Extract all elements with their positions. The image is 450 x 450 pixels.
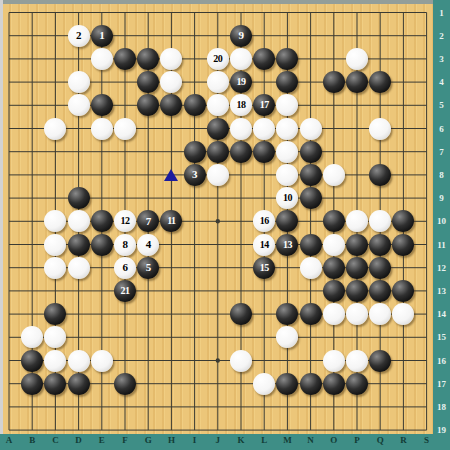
stone-black-B16 <box>21 350 43 372</box>
stone-black-K4: 19 <box>230 71 252 93</box>
column-label-O: O <box>327 435 341 449</box>
move-number-label: 7 <box>146 216 151 227</box>
row-label-14: 14 <box>433 309 450 319</box>
stone-white-Q6 <box>369 118 391 140</box>
column-label-P: P <box>350 435 364 449</box>
stone-white-L17 <box>253 373 275 395</box>
stone-black-O4 <box>323 71 345 93</box>
row-label-1: 1 <box>433 8 450 18</box>
stone-black-L7 <box>253 141 275 163</box>
stone-black-Q16 <box>369 350 391 372</box>
stone-white-D2: 2 <box>68 25 90 47</box>
column-label-C: C <box>48 435 62 449</box>
column-label-E: E <box>95 435 109 449</box>
stone-white-O16 <box>323 350 345 372</box>
stone-black-Q12 <box>369 257 391 279</box>
stone-white-J8 <box>207 164 229 186</box>
stone-black-N7 <box>300 141 322 163</box>
stone-white-G11: 4 <box>137 234 159 256</box>
stone-black-I8: 3 <box>184 164 206 186</box>
row-label-6: 6 <box>433 124 450 134</box>
column-label-K: K <box>234 435 248 449</box>
stone-black-K14 <box>230 303 252 325</box>
row-label-9: 9 <box>433 193 450 203</box>
stone-black-N17 <box>300 373 322 395</box>
move-number-label: 4 <box>146 239 151 250</box>
stone-white-P14 <box>346 303 368 325</box>
move-number-label: 3 <box>192 169 197 180</box>
move-number-label: 12 <box>121 216 130 226</box>
move-number-label: 8 <box>123 239 128 250</box>
stone-black-E5 <box>91 94 113 116</box>
stone-black-P11 <box>346 234 368 256</box>
stone-white-L11: 14 <box>253 234 275 256</box>
column-label-I: I <box>188 435 202 449</box>
row-label-10: 10 <box>433 216 450 226</box>
stone-black-F3 <box>114 48 136 70</box>
move-number-label: 18 <box>237 100 246 110</box>
stone-white-O8 <box>323 164 345 186</box>
stone-black-K7 <box>230 141 252 163</box>
stone-black-L3 <box>253 48 275 70</box>
stone-black-E11 <box>91 234 113 256</box>
stone-black-N11 <box>300 234 322 256</box>
stone-white-C16 <box>44 350 66 372</box>
column-label-D: D <box>72 435 86 449</box>
stone-black-I7 <box>184 141 206 163</box>
move-number-label: 16 <box>260 216 269 226</box>
move-number-label: 20 <box>213 54 222 64</box>
row-label-19: 19 <box>433 425 450 435</box>
column-label-J: J <box>211 435 225 449</box>
column-label-S: S <box>420 435 434 449</box>
stone-white-N12 <box>300 257 322 279</box>
stone-white-E3 <box>91 48 113 70</box>
stone-white-C12 <box>44 257 66 279</box>
stone-black-O12 <box>323 257 345 279</box>
column-label-F: F <box>118 435 132 449</box>
row-label-12: 12 <box>433 263 450 273</box>
stone-white-C6 <box>44 118 66 140</box>
move-number-label: 6 <box>123 262 128 273</box>
row-label-3: 3 <box>433 54 450 64</box>
stone-black-P17 <box>346 373 368 395</box>
stone-black-J7 <box>207 141 229 163</box>
stone-black-N8 <box>300 164 322 186</box>
column-label-B: B <box>25 435 39 449</box>
stone-white-D5 <box>68 94 90 116</box>
stone-white-F11: 8 <box>114 234 136 256</box>
stone-white-D12 <box>68 257 90 279</box>
stone-black-P12 <box>346 257 368 279</box>
column-label-N: N <box>304 435 318 449</box>
stone-white-D16 <box>68 350 90 372</box>
row-label-8: 8 <box>433 170 450 180</box>
move-number-label: 2 <box>76 30 81 41</box>
stone-black-D17 <box>68 373 90 395</box>
stone-white-J4 <box>207 71 229 93</box>
stone-black-O10 <box>323 210 345 232</box>
column-label-H: H <box>164 435 178 449</box>
stone-white-E16 <box>91 350 113 372</box>
move-number-label: 10 <box>283 193 292 203</box>
stone-black-Q8 <box>369 164 391 186</box>
column-label-M: M <box>280 435 294 449</box>
stone-white-E6 <box>91 118 113 140</box>
stone-black-G12: 5 <box>137 257 159 279</box>
stone-black-Q11 <box>369 234 391 256</box>
stone-white-J5 <box>207 94 229 116</box>
stone-black-F13: 21 <box>114 280 136 302</box>
move-number-label: 14 <box>260 240 269 250</box>
triangle-marker-H8 <box>164 169 178 181</box>
move-number-label: 19 <box>237 77 246 87</box>
move-number-label: 15 <box>260 263 269 273</box>
move-number-label: 13 <box>283 240 292 250</box>
stone-black-D11 <box>68 234 90 256</box>
stone-white-C11 <box>44 234 66 256</box>
row-label-11: 11 <box>433 240 450 250</box>
stone-black-C17 <box>44 373 66 395</box>
go-app-window: 219201918173101271116841413651521 123456… <box>0 0 450 450</box>
move-number-label: 1 <box>99 30 104 41</box>
row-label-2: 2 <box>433 31 450 41</box>
row-label-5: 5 <box>433 100 450 110</box>
move-number-label: 11 <box>167 216 175 226</box>
stone-white-O14 <box>323 303 345 325</box>
stone-white-F6 <box>114 118 136 140</box>
stone-white-J3: 20 <box>207 48 229 70</box>
stone-white-P16 <box>346 350 368 372</box>
stone-white-F12: 6 <box>114 257 136 279</box>
stone-black-F17 <box>114 373 136 395</box>
stone-white-M7 <box>276 141 298 163</box>
column-label-Q: Q <box>373 435 387 449</box>
stone-white-D4 <box>68 71 90 93</box>
column-label-G: G <box>141 435 155 449</box>
stone-black-E10 <box>91 210 113 232</box>
row-label-18: 18 <box>433 402 450 412</box>
stone-black-I5 <box>184 94 206 116</box>
row-label-17: 17 <box>433 379 450 389</box>
stone-black-E2: 1 <box>91 25 113 47</box>
column-label-L: L <box>257 435 271 449</box>
column-label-R: R <box>396 435 410 449</box>
row-label-16: 16 <box>433 356 450 366</box>
stone-black-L12: 15 <box>253 257 275 279</box>
stone-white-K3 <box>230 48 252 70</box>
row-label-13: 13 <box>433 286 450 296</box>
stone-black-O13 <box>323 280 345 302</box>
stone-black-J6 <box>207 118 229 140</box>
stone-black-N9 <box>300 187 322 209</box>
move-number-label: 9 <box>239 30 244 41</box>
row-label-7: 7 <box>433 147 450 157</box>
stone-black-M11: 13 <box>276 234 298 256</box>
move-number-label: 5 <box>146 262 151 273</box>
stone-black-G3 <box>137 48 159 70</box>
stone-black-K2: 9 <box>230 25 252 47</box>
stone-white-K6 <box>230 118 252 140</box>
stone-black-N14 <box>300 303 322 325</box>
stone-white-M6 <box>276 118 298 140</box>
row-label-4: 4 <box>433 77 450 87</box>
column-label-A: A <box>2 435 16 449</box>
stone-black-M17 <box>276 373 298 395</box>
stone-white-N6 <box>300 118 322 140</box>
stone-black-D9 <box>68 187 90 209</box>
stone-white-L6 <box>253 118 275 140</box>
stone-white-K16 <box>230 350 252 372</box>
stone-black-B17 <box>21 373 43 395</box>
move-number-label: 21 <box>121 286 130 296</box>
stone-black-Q13 <box>369 280 391 302</box>
stone-black-P13 <box>346 280 368 302</box>
row-label-15: 15 <box>433 332 450 342</box>
stone-white-O11 <box>323 234 345 256</box>
stone-black-O17 <box>323 373 345 395</box>
stone-white-D10 <box>68 210 90 232</box>
stone-white-P3 <box>346 48 368 70</box>
move-number-label: 17 <box>260 100 269 110</box>
stone-black-P4 <box>346 71 368 93</box>
stone-black-R11 <box>392 234 414 256</box>
